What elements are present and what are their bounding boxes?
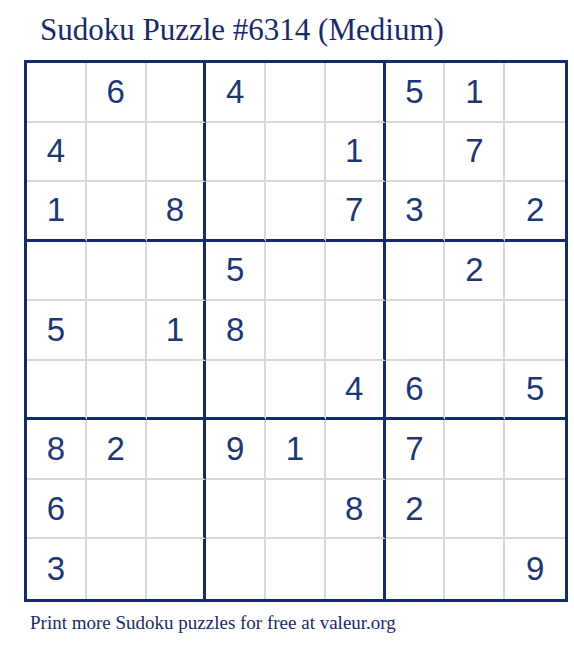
- cell-r7c3: [147, 420, 207, 480]
- cell-r3c4: [206, 182, 266, 242]
- cell-r1c2: 6: [87, 63, 147, 123]
- sudoku-board: 645141718732525184658291768239: [24, 60, 568, 602]
- footer-text: Print more Sudoku puzzles for free at va…: [30, 612, 396, 634]
- cell-r6c6: 4: [326, 361, 386, 421]
- cell-r2c6: 1: [326, 123, 386, 183]
- cell-r3c2: [87, 182, 147, 242]
- cell-r4c3: [147, 242, 207, 302]
- cell-r2c5: [266, 123, 326, 183]
- cell-r6c9: 5: [505, 361, 565, 421]
- cell-r9c3: [147, 539, 207, 599]
- cell-r7c8: [445, 420, 505, 480]
- cell-r9c6: [326, 539, 386, 599]
- cell-r3c6: 7: [326, 182, 386, 242]
- cell-r6c7: 6: [386, 361, 446, 421]
- cell-r5c3: 1: [147, 301, 207, 361]
- cell-r5c2: [87, 301, 147, 361]
- cell-r6c1: [27, 361, 87, 421]
- cell-r6c3: [147, 361, 207, 421]
- cell-r4c9: [505, 242, 565, 302]
- cell-r4c1: [27, 242, 87, 302]
- cell-r2c8: 7: [445, 123, 505, 183]
- cell-r6c4: [206, 361, 266, 421]
- cell-r4c7: [386, 242, 446, 302]
- cell-r2c9: [505, 123, 565, 183]
- cell-r8c1: 6: [27, 480, 87, 540]
- cell-r4c5: [266, 242, 326, 302]
- cell-r5c8: [445, 301, 505, 361]
- cell-r8c4: [206, 480, 266, 540]
- cell-r5c4: 8: [206, 301, 266, 361]
- cell-r2c1: 4: [27, 123, 87, 183]
- cell-r2c7: [386, 123, 446, 183]
- cell-r7c5: 1: [266, 420, 326, 480]
- cell-r7c4: 9: [206, 420, 266, 480]
- cell-r3c7: 3: [386, 182, 446, 242]
- cell-r2c3: [147, 123, 207, 183]
- cell-r7c6: [326, 420, 386, 480]
- cell-r7c7: 7: [386, 420, 446, 480]
- cell-r7c2: 2: [87, 420, 147, 480]
- cell-r3c8: [445, 182, 505, 242]
- cell-r8c9: [505, 480, 565, 540]
- cell-r8c5: [266, 480, 326, 540]
- cell-r8c3: [147, 480, 207, 540]
- cell-r4c8: 2: [445, 242, 505, 302]
- cell-r3c9: 2: [505, 182, 565, 242]
- cell-r9c2: [87, 539, 147, 599]
- cell-r1c6: [326, 63, 386, 123]
- cell-r9c4: [206, 539, 266, 599]
- cell-r5c5: [266, 301, 326, 361]
- cell-r8c7: 2: [386, 480, 446, 540]
- cell-r8c2: [87, 480, 147, 540]
- cell-r6c5: [266, 361, 326, 421]
- cell-r6c8: [445, 361, 505, 421]
- cell-r8c6: 8: [326, 480, 386, 540]
- cell-r4c4: 5: [206, 242, 266, 302]
- cell-r9c9: 9: [505, 539, 565, 599]
- cell-r1c5: [266, 63, 326, 123]
- cell-r1c9: [505, 63, 565, 123]
- cell-r9c1: 3: [27, 539, 87, 599]
- cell-r1c7: 5: [386, 63, 446, 123]
- cell-r3c5: [266, 182, 326, 242]
- cell-r7c1: 8: [27, 420, 87, 480]
- cell-r2c2: [87, 123, 147, 183]
- cell-r5c9: [505, 301, 565, 361]
- cell-r9c8: [445, 539, 505, 599]
- cell-r7c9: [505, 420, 565, 480]
- cell-r9c5: [266, 539, 326, 599]
- cell-r3c3: 8: [147, 182, 207, 242]
- cell-r4c2: [87, 242, 147, 302]
- cell-r1c1: [27, 63, 87, 123]
- cell-r4c6: [326, 242, 386, 302]
- cell-r6c2: [87, 361, 147, 421]
- cell-r9c7: [386, 539, 446, 599]
- cell-r1c4: 4: [206, 63, 266, 123]
- cell-r5c6: [326, 301, 386, 361]
- cell-r1c8: 1: [445, 63, 505, 123]
- cell-r2c4: [206, 123, 266, 183]
- cell-r8c8: [445, 480, 505, 540]
- cell-r5c1: 5: [27, 301, 87, 361]
- page-title: Sudoku Puzzle #6314 (Medium): [40, 13, 444, 47]
- cell-r1c3: [147, 63, 207, 123]
- cell-r3c1: 1: [27, 182, 87, 242]
- cell-r5c7: [386, 301, 446, 361]
